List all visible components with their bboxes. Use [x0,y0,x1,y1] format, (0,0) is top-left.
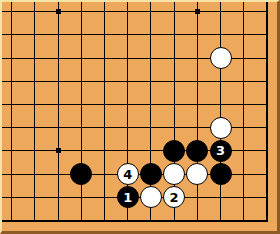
black-stone [210,163,232,185]
star-point [56,9,61,14]
board-edge-line-bottom [2,220,268,222]
board-edge-line-right [266,2,268,222]
grid-line-vertical [34,2,35,222]
go-diagram: 3412 [0,0,280,234]
grid-line-vertical [58,2,59,222]
white-stone [140,186,162,208]
black-stone [186,140,208,162]
white-stone: 4 [117,163,139,185]
black-stone: 3 [210,140,232,162]
grid-line-horizontal [2,34,268,35]
black-stone: 1 [117,186,139,208]
move-number-label: 2 [170,190,179,203]
grid-line-horizontal [2,104,268,105]
grid-line-horizontal [2,81,268,82]
grid-line-horizontal [2,11,268,12]
move-number-label: 1 [123,190,132,203]
grid-line-vertical [243,2,244,222]
white-stone [210,117,232,139]
black-stone [140,163,162,185]
white-stone [186,163,208,185]
white-stone [163,163,185,185]
star-point [195,9,200,14]
grid-line-vertical [11,2,12,222]
black-stone [70,163,92,185]
grid-line-vertical [81,2,82,222]
grid-line-vertical [197,2,198,222]
white-stone [210,47,232,69]
star-point [56,148,61,153]
grid-line-vertical [220,2,221,222]
move-number-label: 3 [216,144,225,157]
go-board: 3412 [2,2,277,231]
grid-line-vertical [104,2,105,222]
white-stone: 2 [163,186,185,208]
black-stone [163,140,185,162]
move-number-label: 4 [123,167,132,180]
